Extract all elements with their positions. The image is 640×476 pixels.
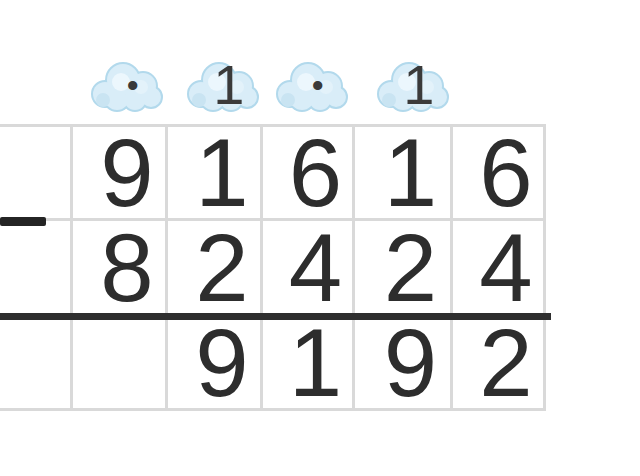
carry-cloud-tens[interactable]: 1 xyxy=(374,56,454,112)
difference-blank xyxy=(0,317,70,408)
carry-value: • xyxy=(312,69,324,103)
carry-value: • xyxy=(127,69,139,103)
minuend-ten-thousands: 9 xyxy=(73,127,165,218)
minuend-tens: 1 xyxy=(355,127,450,218)
minuend-blank xyxy=(0,127,70,218)
difference-ten-thousands[interactable] xyxy=(73,317,165,408)
subtrahend-blank xyxy=(0,221,70,314)
subtrahend-tens: 2 xyxy=(355,221,450,314)
carry-cloud-ten-thousands[interactable]: • xyxy=(88,56,168,112)
subtraction-grid: 9 1 6 1 6 8 2 4 2 4 9 1 9 2 xyxy=(0,124,546,411)
subtrahend-ones: 4 xyxy=(453,221,543,314)
carry-value: 1 xyxy=(403,57,434,113)
difference-ones[interactable]: 2 xyxy=(453,317,543,408)
minus-sign xyxy=(0,217,46,226)
carry-cloud-hundreds[interactable]: • xyxy=(273,56,353,112)
minuend-ones: 6 xyxy=(453,127,543,218)
minuend-hundreds: 6 xyxy=(263,127,352,218)
minuend-thousands: 1 xyxy=(168,127,260,218)
subtrahend-ten-thousands: 8 xyxy=(73,221,165,314)
difference-tens[interactable]: 9 xyxy=(355,317,450,408)
subtraction-rule-line xyxy=(0,313,551,320)
subtrahend-thousands: 2 xyxy=(168,221,260,314)
difference-thousands[interactable]: 9 xyxy=(168,317,260,408)
carry-value: 1 xyxy=(213,57,244,113)
difference-hundreds[interactable]: 1 xyxy=(263,317,352,408)
subtraction-worksheet: • 1 xyxy=(0,0,640,476)
subtrahend-hundreds: 4 xyxy=(263,221,352,314)
carry-cloud-thousands[interactable]: 1 xyxy=(184,56,264,112)
